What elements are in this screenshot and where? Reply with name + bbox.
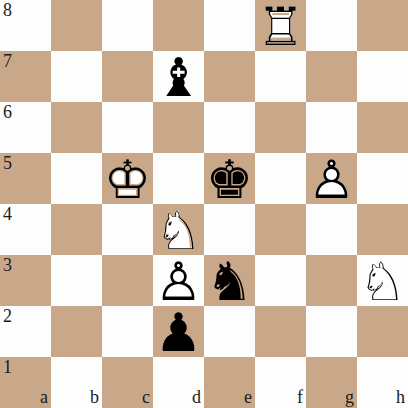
rank-label: 4: [3, 205, 12, 223]
piece-white-knight[interactable]: ♞♘: [155, 204, 203, 257]
square-c1[interactable]: c: [102, 357, 153, 408]
file-label: h: [396, 388, 405, 408]
rank-label: 1: [3, 358, 12, 376]
square-e4[interactable]: [204, 204, 255, 255]
square-d8[interactable]: [153, 0, 204, 51]
square-a6[interactable]: 6: [0, 102, 51, 153]
square-g1[interactable]: g: [306, 357, 357, 408]
square-a8[interactable]: 8: [0, 0, 51, 51]
file-label: a: [40, 388, 48, 408]
piece-solid-layer: ♟: [155, 302, 203, 363]
piece-outline-layer: ♙: [308, 149, 356, 210]
rank-label: 7: [3, 52, 12, 70]
square-f1[interactable]: f: [255, 357, 306, 408]
square-e2[interactable]: [204, 306, 255, 357]
square-f3[interactable]: [255, 255, 306, 306]
chess-board: 8♜♖7♝65♚♔♚♟♙4♞♘3♟♙♞♞♘2♟1abcdefgh: [0, 0, 408, 408]
square-g3[interactable]: [306, 255, 357, 306]
square-e5[interactable]: ♚: [204, 153, 255, 204]
square-h3[interactable]: ♞♘: [357, 255, 408, 306]
square-f4[interactable]: [255, 204, 306, 255]
file-label: g: [345, 388, 354, 408]
piece-black-pawn[interactable]: ♟: [155, 306, 203, 359]
file-label: e: [244, 388, 252, 408]
square-h5[interactable]: [357, 153, 408, 204]
square-d2[interactable]: ♟: [153, 306, 204, 357]
square-d4[interactable]: ♞♘: [153, 204, 204, 255]
piece-solid-layer: ♞: [206, 251, 254, 312]
square-b3[interactable]: [51, 255, 102, 306]
square-c5[interactable]: ♚♔: [102, 153, 153, 204]
square-h6[interactable]: [357, 102, 408, 153]
square-f5[interactable]: [255, 153, 306, 204]
square-e6[interactable]: [204, 102, 255, 153]
square-b7[interactable]: [51, 51, 102, 102]
square-g7[interactable]: [306, 51, 357, 102]
piece-white-knight[interactable]: ♞♘: [359, 255, 407, 308]
square-b8[interactable]: [51, 0, 102, 51]
piece-white-rook[interactable]: ♜♖: [257, 0, 305, 53]
square-c6[interactable]: [102, 102, 153, 153]
square-e7[interactable]: [204, 51, 255, 102]
piece-black-king[interactable]: ♚: [206, 153, 254, 206]
file-label: b: [90, 388, 99, 408]
square-g8[interactable]: [306, 0, 357, 51]
square-h2[interactable]: [357, 306, 408, 357]
square-a4[interactable]: 4: [0, 204, 51, 255]
square-d3[interactable]: ♟♙: [153, 255, 204, 306]
square-e3[interactable]: ♞: [204, 255, 255, 306]
square-g5[interactable]: ♟♙: [306, 153, 357, 204]
square-h7[interactable]: [357, 51, 408, 102]
file-label: f: [297, 388, 303, 408]
square-a1[interactable]: 1a: [0, 357, 51, 408]
square-c7[interactable]: [102, 51, 153, 102]
piece-black-knight[interactable]: ♞: [206, 255, 254, 308]
square-g6[interactable]: [306, 102, 357, 153]
file-label: c: [142, 388, 150, 408]
square-g4[interactable]: [306, 204, 357, 255]
rank-label: 5: [3, 154, 12, 172]
square-d7[interactable]: ♝: [153, 51, 204, 102]
square-b6[interactable]: [51, 102, 102, 153]
square-c4[interactable]: [102, 204, 153, 255]
square-f6[interactable]: [255, 102, 306, 153]
piece-outline-layer: ♘: [359, 251, 407, 312]
file-label: d: [192, 388, 201, 408]
square-g2[interactable]: [306, 306, 357, 357]
square-c8[interactable]: [102, 0, 153, 51]
rank-label: 2: [3, 307, 12, 325]
square-e1[interactable]: e: [204, 357, 255, 408]
square-d6[interactable]: [153, 102, 204, 153]
rank-label: 6: [3, 103, 12, 121]
square-d5[interactable]: [153, 153, 204, 204]
square-f2[interactable]: [255, 306, 306, 357]
square-d1[interactable]: d: [153, 357, 204, 408]
square-h4[interactable]: [357, 204, 408, 255]
square-a2[interactable]: 2: [0, 306, 51, 357]
square-c3[interactable]: [102, 255, 153, 306]
piece-white-pawn[interactable]: ♟♙: [155, 255, 203, 308]
rank-label: 3: [3, 256, 12, 274]
square-e8[interactable]: [204, 0, 255, 51]
piece-outline-layer: ♔: [104, 149, 152, 210]
rank-label: 8: [3, 1, 12, 19]
square-b5[interactable]: [51, 153, 102, 204]
square-h8[interactable]: [357, 0, 408, 51]
square-h1[interactable]: h: [357, 357, 408, 408]
square-b1[interactable]: b: [51, 357, 102, 408]
piece-white-pawn[interactable]: ♟♙: [308, 153, 356, 206]
square-a7[interactable]: 7: [0, 51, 51, 102]
square-c2[interactable]: [102, 306, 153, 357]
piece-solid-layer: ♚: [206, 149, 254, 210]
square-f7[interactable]: [255, 51, 306, 102]
square-a3[interactable]: 3: [0, 255, 51, 306]
piece-outline-layer: ♖: [257, 0, 305, 57]
square-a5[interactable]: 5: [0, 153, 51, 204]
square-b2[interactable]: [51, 306, 102, 357]
square-b4[interactable]: [51, 204, 102, 255]
piece-white-king[interactable]: ♚♔: [104, 153, 152, 206]
piece-solid-layer: ♝: [155, 47, 203, 108]
piece-black-bishop[interactable]: ♝: [155, 51, 203, 104]
square-f8[interactable]: ♜♖: [255, 0, 306, 51]
